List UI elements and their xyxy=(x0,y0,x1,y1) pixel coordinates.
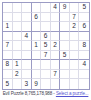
sudoku-cell-empty[interactable] xyxy=(32,70,42,80)
sudoku-cell-given: 2 xyxy=(51,41,61,51)
sudoku-cell-empty[interactable] xyxy=(70,32,80,42)
sudoku-board: 4956712646715287581427539 xyxy=(2,2,90,90)
sudoku-cell-given: 2 xyxy=(13,70,23,80)
puzzle-label: Evil Puzzle 8,765,178,988 xyxy=(3,91,53,96)
sudoku-cell-empty[interactable] xyxy=(3,51,13,61)
sudoku-cell-empty[interactable] xyxy=(41,70,51,80)
sudoku-cell-empty[interactable] xyxy=(79,70,89,80)
sudoku-cell-empty[interactable] xyxy=(13,3,23,13)
sudoku-cell-empty[interactable] xyxy=(79,32,89,42)
caption: Evil Puzzle 8,765,178,988 - Select a puz… xyxy=(0,91,91,96)
sudoku-cell-given: 9 xyxy=(60,3,70,13)
sudoku-cell-given: 1 xyxy=(32,41,42,51)
sudoku-cell-given: 8 xyxy=(79,41,89,51)
sudoku-cell-empty[interactable] xyxy=(51,32,61,42)
sudoku-cell-empty[interactable] xyxy=(13,51,23,61)
sudoku-cell-empty[interactable] xyxy=(22,22,32,32)
sudoku-cell-given: 8 xyxy=(3,60,13,70)
sudoku-cell-given: 6 xyxy=(41,32,51,42)
sudoku-cell-empty[interactable] xyxy=(32,32,42,42)
sudoku-cell-empty[interactable] xyxy=(70,41,80,51)
sudoku-cell-given: 1 xyxy=(13,60,23,70)
sudoku-cell-empty[interactable] xyxy=(51,60,61,70)
sudoku-cell-empty[interactable] xyxy=(70,60,80,70)
sudoku-cell-empty[interactable] xyxy=(60,41,70,51)
sudoku-cell-empty[interactable] xyxy=(60,22,70,32)
sudoku-cell-empty[interactable] xyxy=(22,51,32,61)
sudoku-cell-empty[interactable] xyxy=(22,13,32,23)
sudoku-cell-empty[interactable] xyxy=(51,79,61,89)
sudoku-cell-empty[interactable] xyxy=(22,70,32,80)
sudoku-cell-empty[interactable] xyxy=(51,22,61,32)
sudoku-cell-empty[interactable] xyxy=(32,51,42,61)
sudoku-cell-empty[interactable] xyxy=(22,41,32,51)
sudoku-cell-empty[interactable] xyxy=(32,60,42,70)
sudoku-cell-empty[interactable] xyxy=(3,32,13,42)
sudoku-cell-empty[interactable] xyxy=(13,32,23,42)
sudoku-cell-empty[interactable] xyxy=(60,70,70,80)
sudoku-cell-empty[interactable] xyxy=(32,3,42,13)
sudoku-cell-given: 4 xyxy=(79,60,89,70)
sudoku-cell-given: 4 xyxy=(22,32,32,42)
sudoku-cell-given: 3 xyxy=(22,79,32,89)
sudoku-cell-given: 5 xyxy=(41,41,51,51)
sudoku-cell-given: 1 xyxy=(3,22,13,32)
sudoku-cell-given: 9 xyxy=(32,79,42,89)
sudoku-cell-given: 6 xyxy=(32,13,42,23)
sudoku-cell-empty[interactable] xyxy=(70,3,80,13)
sudoku-cell-empty[interactable] xyxy=(3,13,13,23)
sudoku-cell-empty[interactable] xyxy=(41,60,51,70)
sudoku-cell-given: 7 xyxy=(3,41,13,51)
sudoku-cell-empty[interactable] xyxy=(13,22,23,32)
sudoku-cell-given: 5 xyxy=(79,3,89,13)
sudoku-cell-empty[interactable] xyxy=(79,13,89,23)
sudoku-cell-empty[interactable] xyxy=(22,60,32,70)
sudoku-cell-empty[interactable] xyxy=(79,51,89,61)
sudoku-cell-empty[interactable] xyxy=(41,79,51,89)
sudoku-cell-empty[interactable] xyxy=(60,32,70,42)
sudoku-cell-given: 4 xyxy=(51,3,61,13)
sudoku-cell-empty[interactable] xyxy=(60,60,70,70)
sudoku-cell-given: 2 xyxy=(70,22,80,32)
sudoku-cell-empty[interactable] xyxy=(70,70,80,80)
sudoku-cell-empty[interactable] xyxy=(3,70,13,80)
sudoku-cell-empty[interactable] xyxy=(13,79,23,89)
sudoku-cell-empty[interactable] xyxy=(22,3,32,13)
sudoku-cell-given: 7 xyxy=(41,51,51,61)
sudoku-cell-empty[interactable] xyxy=(13,13,23,23)
sudoku-cell-empty[interactable] xyxy=(51,13,61,23)
sudoku-cell-given: 7 xyxy=(70,13,80,23)
sudoku-cell-empty[interactable] xyxy=(3,3,13,13)
select-puzzle-link[interactable]: Select a puzzle... xyxy=(56,91,88,96)
sudoku-cell-empty[interactable] xyxy=(32,22,42,32)
sudoku-cell-empty[interactable] xyxy=(41,13,51,23)
sudoku-cell-given: 7 xyxy=(51,70,61,80)
sudoku-cell-given: 6 xyxy=(79,22,89,32)
sudoku-cell-empty[interactable] xyxy=(79,79,89,89)
sudoku-cell-empty[interactable] xyxy=(51,51,61,61)
sudoku-cell-empty[interactable] xyxy=(60,79,70,89)
sudoku-cell-empty[interactable] xyxy=(41,22,51,32)
sudoku-cell-given: 5 xyxy=(60,51,70,61)
sudoku-cell-given: 5 xyxy=(3,79,13,89)
sudoku-cell-empty[interactable] xyxy=(60,13,70,23)
sudoku-cell-empty[interactable] xyxy=(41,3,51,13)
sudoku-cell-empty[interactable] xyxy=(13,41,23,51)
sudoku-cell-empty[interactable] xyxy=(70,51,80,61)
sudoku-cell-empty[interactable] xyxy=(70,79,80,89)
